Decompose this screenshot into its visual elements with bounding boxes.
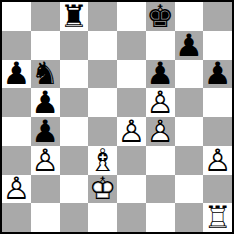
square-e3[interactable] <box>117 146 146 175</box>
square-e6[interactable] <box>117 60 146 89</box>
piece-white-pawn: ♟♙ <box>117 117 146 146</box>
square-f3[interactable] <box>146 146 175 175</box>
piece-white-pawn: ♟♙ <box>31 146 60 175</box>
square-c3[interactable] <box>60 146 89 175</box>
square-e4[interactable]: ♟♙ <box>117 117 146 146</box>
square-a8[interactable] <box>2 2 31 31</box>
piece-black-pawn: ♟ <box>2 60 31 89</box>
black-pawn-icon: ♟ <box>175 31 204 60</box>
square-h8[interactable] <box>203 2 232 31</box>
piece-white-king: ♚♔ <box>88 175 117 204</box>
square-d8[interactable] <box>88 2 117 31</box>
white-pawn-icon: ♙ <box>31 146 60 175</box>
square-d2[interactable]: ♚♔ <box>88 175 117 204</box>
white-pawn-icon: ♙ <box>146 117 175 146</box>
square-h3[interactable]: ♟♙ <box>203 146 232 175</box>
square-g7[interactable]: ♟ <box>175 31 204 60</box>
square-b1[interactable] <box>31 203 60 232</box>
square-b8[interactable] <box>31 2 60 31</box>
piece-white-pawn: ♟♙ <box>146 117 175 146</box>
square-a5[interactable] <box>2 88 31 117</box>
piece-black-pawn: ♟ <box>175 31 204 60</box>
black-rook-icon: ♜ <box>60 2 89 31</box>
white-king-icon: ♔ <box>88 175 117 204</box>
square-h5[interactable] <box>203 88 232 117</box>
square-f8[interactable]: ♚ <box>146 2 175 31</box>
square-c6[interactable] <box>60 60 89 89</box>
square-g3[interactable] <box>175 146 204 175</box>
square-h1[interactable]: ♜♖ <box>203 203 232 232</box>
square-c7[interactable] <box>60 31 89 60</box>
square-g6[interactable] <box>175 60 204 89</box>
square-f1[interactable] <box>146 203 175 232</box>
square-d1[interactable] <box>88 203 117 232</box>
black-king-icon: ♚ <box>146 2 175 31</box>
piece-white-rook: ♜♖ <box>203 203 232 232</box>
piece-black-pawn: ♟ <box>203 60 232 89</box>
square-b2[interactable] <box>31 175 60 204</box>
square-e8[interactable] <box>117 2 146 31</box>
square-c1[interactable] <box>60 203 89 232</box>
square-c2[interactable] <box>60 175 89 204</box>
black-pawn-icon: ♟ <box>2 60 31 89</box>
white-rook-icon: ♖ <box>203 203 232 232</box>
square-e1[interactable] <box>117 203 146 232</box>
piece-white-pawn: ♟♙ <box>2 175 31 204</box>
square-c5[interactable] <box>60 88 89 117</box>
square-a4[interactable] <box>2 117 31 146</box>
white-pawn-icon: ♙ <box>117 117 146 146</box>
piece-white-pawn: ♟♙ <box>203 146 232 175</box>
square-h6[interactable]: ♟ <box>203 60 232 89</box>
square-g5[interactable] <box>175 88 204 117</box>
piece-black-king: ♚ <box>146 2 175 31</box>
square-d7[interactable] <box>88 31 117 60</box>
square-g4[interactable] <box>175 117 204 146</box>
square-f4[interactable]: ♟♙ <box>146 117 175 146</box>
white-pawn-icon: ♙ <box>2 175 31 204</box>
piece-black-rook: ♜ <box>60 2 89 31</box>
square-d6[interactable] <box>88 60 117 89</box>
square-e2[interactable] <box>117 175 146 204</box>
square-f2[interactable] <box>146 175 175 204</box>
square-a2[interactable]: ♟♙ <box>2 175 31 204</box>
chess-board: ♜♚♟♟♞♟♟♟♟♙♟♟♙♟♙♟♙♝♗♟♙♟♙♚♔♜♖ <box>0 0 234 234</box>
square-g1[interactable] <box>175 203 204 232</box>
black-pawn-icon: ♟ <box>203 60 232 89</box>
square-a6[interactable]: ♟ <box>2 60 31 89</box>
square-c8[interactable]: ♜ <box>60 2 89 31</box>
square-e7[interactable] <box>117 31 146 60</box>
square-b3[interactable]: ♟♙ <box>31 146 60 175</box>
square-g2[interactable] <box>175 175 204 204</box>
square-d5[interactable] <box>88 88 117 117</box>
square-c4[interactable] <box>60 117 89 146</box>
white-pawn-icon: ♙ <box>203 146 232 175</box>
square-a1[interactable] <box>2 203 31 232</box>
